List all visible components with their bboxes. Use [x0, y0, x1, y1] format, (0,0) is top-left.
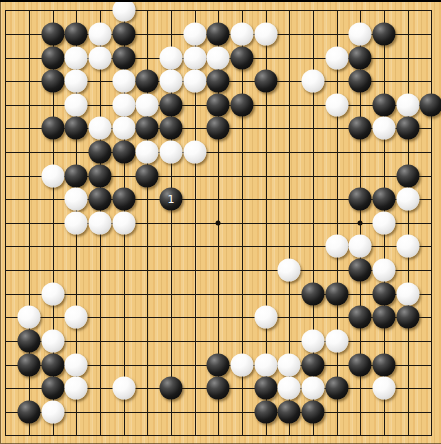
black-stone: [17, 400, 40, 423]
black-stone: [41, 70, 64, 93]
black-stone: [65, 22, 88, 45]
black-stone: [207, 377, 230, 400]
black-stone: [254, 400, 277, 423]
black-stone: [88, 164, 111, 187]
white-stone: [159, 70, 182, 93]
grid-line-horizontal: [5, 294, 432, 295]
white-stone: [230, 22, 253, 45]
white-stone: [349, 235, 372, 258]
black-stone: [301, 353, 324, 376]
black-stone: [207, 70, 230, 93]
white-stone: [88, 117, 111, 140]
grid-line-vertical: [337, 10, 338, 436]
black-stone: [349, 46, 372, 69]
white-stone: [183, 141, 206, 164]
move-number-label: 1: [167, 194, 174, 205]
white-stone: [65, 353, 88, 376]
grid-line-horizontal: [5, 435, 432, 436]
black-stone: [136, 70, 159, 93]
grid-line-vertical: [431, 10, 432, 436]
white-stone: [159, 46, 182, 69]
black-stone: [230, 93, 253, 116]
white-stone: [372, 211, 395, 234]
black-stone: 1: [159, 188, 182, 211]
white-stone: [159, 141, 182, 164]
black-stone: [301, 282, 324, 305]
black-stone: [230, 46, 253, 69]
white-stone: [183, 46, 206, 69]
white-stone: [278, 377, 301, 400]
black-stone: [112, 46, 135, 69]
white-stone: [136, 93, 159, 116]
white-stone: [41, 400, 64, 423]
black-stone: [88, 141, 111, 164]
white-stone: [325, 329, 348, 352]
black-stone: [372, 188, 395, 211]
go-board-frame: 1: [0, 0, 441, 444]
black-stone: [207, 117, 230, 140]
black-stone: [372, 93, 395, 116]
black-stone: [207, 353, 230, 376]
black-stone: [159, 117, 182, 140]
white-stone: [254, 353, 277, 376]
white-stone: [112, 377, 135, 400]
black-stone: [112, 22, 135, 45]
white-stone: [112, 117, 135, 140]
go-board[interactable]: 1: [0, 2, 441, 444]
grid-line-vertical: [408, 10, 409, 436]
black-stone: [254, 377, 277, 400]
white-stone: [41, 282, 64, 305]
black-stone: [136, 164, 159, 187]
black-stone: [420, 93, 441, 116]
black-stone: [159, 93, 182, 116]
white-stone: [301, 329, 324, 352]
white-stone: [254, 22, 277, 45]
black-stone: [349, 259, 372, 282]
white-stone: [372, 259, 395, 282]
black-stone: [41, 22, 64, 45]
black-stone: [349, 70, 372, 93]
black-stone: [41, 46, 64, 69]
black-stone: [325, 282, 348, 305]
black-stone: [372, 306, 395, 329]
black-stone: [254, 70, 277, 93]
white-stone: [88, 46, 111, 69]
white-stone: [325, 235, 348, 258]
black-stone: [136, 117, 159, 140]
white-stone: [65, 377, 88, 400]
white-stone: [278, 353, 301, 376]
black-stone: [17, 329, 40, 352]
white-stone: [325, 46, 348, 69]
black-stone: [112, 188, 135, 211]
black-stone: [396, 117, 419, 140]
black-stone: [278, 400, 301, 423]
grid-line-horizontal: [5, 412, 432, 413]
black-stone: [207, 93, 230, 116]
black-stone: [372, 282, 395, 305]
black-stone: [349, 353, 372, 376]
white-stone: [183, 22, 206, 45]
black-stone: [349, 306, 372, 329]
white-stone: [301, 377, 324, 400]
white-stone: [41, 329, 64, 352]
white-stone: [230, 353, 253, 376]
white-stone: [112, 93, 135, 116]
white-stone: [65, 211, 88, 234]
white-stone: [65, 306, 88, 329]
black-stone: [65, 164, 88, 187]
white-stone: [372, 377, 395, 400]
black-stone: [41, 377, 64, 400]
white-stone: [17, 306, 40, 329]
white-stone: [65, 188, 88, 211]
black-stone: [301, 400, 324, 423]
black-stone: [41, 353, 64, 376]
white-stone: [278, 259, 301, 282]
black-stone: [112, 141, 135, 164]
white-stone: [301, 70, 324, 93]
black-stone: [65, 117, 88, 140]
black-stone: [41, 117, 64, 140]
white-stone: [112, 70, 135, 93]
white-stone: [254, 306, 277, 329]
white-stone: [372, 117, 395, 140]
white-stone: [183, 70, 206, 93]
star-point: [358, 220, 363, 225]
black-stone: [372, 353, 395, 376]
black-stone: [349, 117, 372, 140]
black-stone: [396, 164, 419, 187]
white-stone: [396, 93, 419, 116]
white-stone: [207, 46, 230, 69]
white-stone: [396, 282, 419, 305]
white-stone: [349, 22, 372, 45]
white-stone: [112, 0, 135, 22]
white-stone: [325, 93, 348, 116]
white-stone: [112, 211, 135, 234]
white-stone: [65, 46, 88, 69]
black-stone: [372, 22, 395, 45]
black-stone: [88, 188, 111, 211]
black-stone: [349, 188, 372, 211]
black-stone: [159, 377, 182, 400]
black-stone: [396, 306, 419, 329]
grid-line-horizontal: [5, 341, 432, 342]
white-stone: [136, 141, 159, 164]
star-point: [216, 220, 221, 225]
black-stone: [207, 22, 230, 45]
white-stone: [396, 188, 419, 211]
black-stone: [17, 353, 40, 376]
white-stone: [88, 22, 111, 45]
white-stone: [65, 70, 88, 93]
white-stone: [88, 211, 111, 234]
white-stone: [65, 93, 88, 116]
white-stone: [41, 164, 64, 187]
black-stone: [325, 377, 348, 400]
white-stone: [396, 235, 419, 258]
